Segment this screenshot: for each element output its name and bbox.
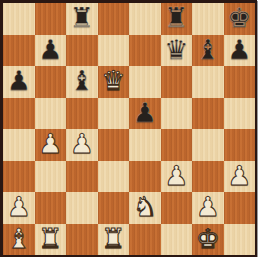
- square-a8[interactable]: [3, 3, 35, 35]
- square-h8[interactable]: ♚: [224, 3, 256, 35]
- chess-board: ♜♜♚♟♛♝♟♟♝♛♟♟♟♟♟♟♞♟♝♜♜♚: [3, 3, 255, 255]
- square-h2[interactable]: [224, 192, 256, 224]
- square-g6[interactable]: [192, 66, 224, 98]
- square-g8[interactable]: [192, 3, 224, 35]
- black-queen-piece[interactable]: ♛: [164, 36, 188, 63]
- square-d8[interactable]: [98, 3, 130, 35]
- square-g5[interactable]: [192, 98, 224, 130]
- square-c1[interactable]: [66, 224, 98, 256]
- white-pawn-piece[interactable]: ♟: [196, 193, 220, 220]
- black-pawn-piece[interactable]: ♟: [227, 36, 251, 63]
- black-bishop-piece[interactable]: ♝: [196, 36, 220, 63]
- square-g4[interactable]: [192, 129, 224, 161]
- square-e7[interactable]: [129, 35, 161, 67]
- square-h3[interactable]: ♟: [224, 161, 256, 193]
- square-a6[interactable]: ♟: [3, 66, 35, 98]
- square-c2[interactable]: [66, 192, 98, 224]
- square-f2[interactable]: [161, 192, 193, 224]
- square-h1[interactable]: [224, 224, 256, 256]
- black-pawn-piece[interactable]: ♟: [7, 67, 31, 94]
- square-c7[interactable]: [66, 35, 98, 67]
- square-e3[interactable]: [129, 161, 161, 193]
- square-b1[interactable]: ♜: [35, 224, 67, 256]
- square-f8[interactable]: ♜: [161, 3, 193, 35]
- square-a2[interactable]: ♟: [3, 192, 35, 224]
- square-b6[interactable]: [35, 66, 67, 98]
- square-b4[interactable]: ♟: [35, 129, 67, 161]
- square-b3[interactable]: [35, 161, 67, 193]
- square-f4[interactable]: [161, 129, 193, 161]
- black-bishop-piece[interactable]: ♝: [70, 67, 94, 94]
- white-knight-piece[interactable]: ♞: [133, 193, 157, 220]
- white-rook-piece[interactable]: ♜: [38, 225, 62, 252]
- white-pawn-piece[interactable]: ♟: [164, 162, 188, 189]
- black-pawn-piece[interactable]: ♟: [38, 36, 62, 63]
- square-c8[interactable]: ♜: [66, 3, 98, 35]
- square-g2[interactable]: ♟: [192, 192, 224, 224]
- square-f7[interactable]: ♛: [161, 35, 193, 67]
- black-rook-piece[interactable]: ♜: [70, 4, 94, 31]
- square-c6[interactable]: ♝: [66, 66, 98, 98]
- white-bishop-piece[interactable]: ♝: [7, 225, 31, 252]
- board-frame: ♜♜♚♟♛♝♟♟♝♛♟♟♟♟♟♟♞♟♝♜♜♚: [0, 0, 257, 257]
- white-pawn-piece[interactable]: ♟: [38, 130, 62, 157]
- white-pawn-piece[interactable]: ♟: [227, 162, 251, 189]
- square-a3[interactable]: [3, 161, 35, 193]
- square-e5[interactable]: ♟: [129, 98, 161, 130]
- white-rook-piece[interactable]: ♜: [101, 225, 125, 252]
- square-f3[interactable]: ♟: [161, 161, 193, 193]
- square-d7[interactable]: [98, 35, 130, 67]
- square-d6[interactable]: ♛: [98, 66, 130, 98]
- square-h7[interactable]: ♟: [224, 35, 256, 67]
- square-h6[interactable]: [224, 66, 256, 98]
- square-b2[interactable]: [35, 192, 67, 224]
- square-f6[interactable]: [161, 66, 193, 98]
- square-f1[interactable]: [161, 224, 193, 256]
- square-b7[interactable]: ♟: [35, 35, 67, 67]
- square-b5[interactable]: [35, 98, 67, 130]
- square-a4[interactable]: [3, 129, 35, 161]
- square-c3[interactable]: [66, 161, 98, 193]
- square-b8[interactable]: [35, 3, 67, 35]
- black-king-piece[interactable]: ♚: [227, 4, 251, 31]
- square-h5[interactable]: [224, 98, 256, 130]
- square-d1[interactable]: ♜: [98, 224, 130, 256]
- white-king-piece[interactable]: ♚: [196, 225, 220, 252]
- square-e1[interactable]: [129, 224, 161, 256]
- white-pawn-piece[interactable]: ♟: [7, 193, 31, 220]
- square-d4[interactable]: [98, 129, 130, 161]
- black-pawn-piece[interactable]: ♟: [133, 99, 157, 126]
- square-d2[interactable]: [98, 192, 130, 224]
- square-a1[interactable]: ♝: [3, 224, 35, 256]
- square-d5[interactable]: [98, 98, 130, 130]
- square-a5[interactable]: [3, 98, 35, 130]
- square-h4[interactable]: [224, 129, 256, 161]
- square-g1[interactable]: ♚: [192, 224, 224, 256]
- square-g3[interactable]: [192, 161, 224, 193]
- square-a7[interactable]: [3, 35, 35, 67]
- square-e6[interactable]: [129, 66, 161, 98]
- square-e2[interactable]: ♞: [129, 192, 161, 224]
- square-c5[interactable]: [66, 98, 98, 130]
- square-c4[interactable]: ♟: [66, 129, 98, 161]
- white-pawn-piece[interactable]: ♟: [70, 130, 94, 157]
- black-rook-piece[interactable]: ♜: [164, 4, 188, 31]
- square-g7[interactable]: ♝: [192, 35, 224, 67]
- white-queen-piece[interactable]: ♛: [101, 67, 125, 94]
- square-d3[interactable]: [98, 161, 130, 193]
- square-f5[interactable]: [161, 98, 193, 130]
- square-e4[interactable]: [129, 129, 161, 161]
- square-e8[interactable]: [129, 3, 161, 35]
